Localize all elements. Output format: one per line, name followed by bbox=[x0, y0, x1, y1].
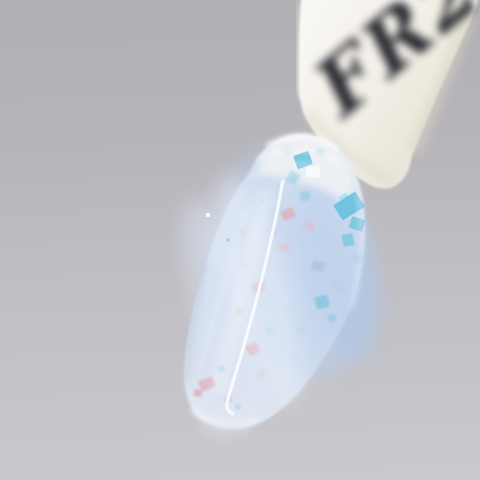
tip-ghost bbox=[197, 421, 253, 439]
foil-flake bbox=[206, 213, 210, 217]
photo-scene: FR2 bbox=[0, 0, 480, 480]
nail-layer bbox=[0, 0, 480, 480]
